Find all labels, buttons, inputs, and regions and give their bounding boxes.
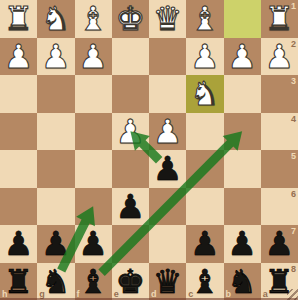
square-e1[interactable]: ♚ (112, 0, 149, 38)
square-d5[interactable]: ♟ (149, 150, 186, 188)
black-bishop-c8[interactable]: ♝ (186, 263, 223, 300)
white-bishop-c1[interactable]: ♝ (186, 0, 223, 38)
square-f7[interactable]: ♟ (75, 225, 112, 263)
white-pawn-d4[interactable]: ♟ (149, 113, 186, 151)
square-c3[interactable]: ♞ (186, 75, 223, 113)
square-g7[interactable]: ♟ (37, 225, 74, 263)
square-b3[interactable] (224, 75, 261, 113)
black-pawn-g7[interactable]: ♟ (37, 225, 74, 263)
square-e5[interactable] (112, 150, 149, 188)
square-h2[interactable]: ♟ (0, 38, 37, 76)
white-pawn-c2[interactable]: ♟ (186, 38, 223, 76)
square-b2[interactable]: ♟ (224, 38, 261, 76)
square-g6[interactable] (37, 188, 74, 226)
chess-board: ♜♞♝♚♛♝♜1♟♟♟♟♟♟2♞3♟♟4♟5♟6♟♟♟♟♟♟7♜h♞g♝f♚e♛… (0, 0, 298, 300)
square-h7[interactable]: ♟ (0, 225, 37, 263)
white-pawn-g2[interactable]: ♟ (37, 38, 74, 76)
square-f2[interactable]: ♟ (75, 38, 112, 76)
white-bishop-f1[interactable]: ♝ (75, 0, 112, 38)
square-b5[interactable] (224, 150, 261, 188)
square-e4[interactable]: ♟ (112, 113, 149, 151)
square-c1[interactable]: ♝ (186, 0, 223, 38)
board-squares-grid: ♜♞♝♚♛♝♜1♟♟♟♟♟♟2♞3♟♟4♟5♟6♟♟♟♟♟♟7♜h♞g♝f♚e♛… (0, 0, 298, 300)
white-pawn-f2[interactable]: ♟ (75, 38, 112, 76)
square-f8[interactable]: ♝f (75, 263, 112, 300)
black-pawn-h7[interactable]: ♟ (0, 225, 37, 263)
square-d6[interactable] (149, 188, 186, 226)
square-d3[interactable] (149, 75, 186, 113)
black-knight-b8[interactable]: ♞ (224, 263, 261, 300)
square-a6[interactable]: 6 (261, 188, 298, 226)
square-h4[interactable] (0, 113, 37, 151)
square-g8[interactable]: ♞g (37, 263, 74, 300)
square-c2[interactable]: ♟ (186, 38, 223, 76)
square-h6[interactable] (0, 188, 37, 226)
square-b8[interactable]: ♞b (224, 263, 261, 300)
black-knight-g8[interactable]: ♞ (37, 263, 74, 300)
square-b4[interactable] (224, 113, 261, 151)
white-knight-c3[interactable]: ♞ (186, 75, 223, 113)
square-e8[interactable]: ♚e (112, 263, 149, 300)
square-d7[interactable] (149, 225, 186, 263)
square-f3[interactable] (75, 75, 112, 113)
square-a3[interactable]: 3 (261, 75, 298, 113)
square-a4[interactable]: 4 (261, 113, 298, 151)
rank-label-5: 5 (291, 151, 296, 161)
black-pawn-d5[interactable]: ♟ (149, 150, 186, 188)
square-f1[interactable]: ♝ (75, 0, 112, 38)
black-pawn-b7[interactable]: ♟ (224, 225, 261, 263)
black-pawn-a7[interactable]: ♟ (261, 225, 298, 263)
square-e7[interactable] (112, 225, 149, 263)
square-f5[interactable] (75, 150, 112, 188)
white-pawn-h2[interactable]: ♟ (0, 38, 37, 76)
square-a5[interactable]: 5 (261, 150, 298, 188)
square-e6[interactable]: ♟ (112, 188, 149, 226)
square-f4[interactable] (75, 113, 112, 151)
rank-label-6: 6 (291, 189, 296, 199)
black-pawn-f7[interactable]: ♟ (75, 225, 112, 263)
square-g2[interactable]: ♟ (37, 38, 74, 76)
square-d4[interactable]: ♟ (149, 113, 186, 151)
square-b1[interactable] (224, 0, 261, 38)
white-king-e1[interactable]: ♚ (112, 0, 149, 38)
white-knight-g1[interactable]: ♞ (37, 0, 74, 38)
square-h1[interactable]: ♜ (0, 0, 37, 38)
black-rook-h8[interactable]: ♜ (0, 263, 37, 300)
square-h5[interactable] (0, 150, 37, 188)
black-queen-d8[interactable]: ♛ (149, 263, 186, 300)
square-c4[interactable] (186, 113, 223, 151)
square-g4[interactable] (37, 113, 74, 151)
square-c7[interactable]: ♟ (186, 225, 223, 263)
white-pawn-a2[interactable]: ♟ (261, 38, 298, 76)
square-e3[interactable] (112, 75, 149, 113)
white-queen-d1[interactable]: ♛ (149, 0, 186, 38)
rank-label-3: 3 (291, 76, 296, 86)
square-g5[interactable] (37, 150, 74, 188)
square-a2[interactable]: ♟2 (261, 38, 298, 76)
square-d1[interactable]: ♛ (149, 0, 186, 38)
black-king-e8[interactable]: ♚ (112, 263, 149, 300)
square-c5[interactable] (186, 150, 223, 188)
square-d2[interactable] (149, 38, 186, 76)
square-c6[interactable] (186, 188, 223, 226)
black-bishop-f8[interactable]: ♝ (75, 263, 112, 300)
black-pawn-c7[interactable]: ♟ (186, 225, 223, 263)
square-d8[interactable]: ♛d (149, 263, 186, 300)
board-resize-handle-icon[interactable] (287, 289, 298, 300)
black-pawn-e6[interactable]: ♟ (112, 188, 149, 226)
white-rook-a1[interactable]: ♜ (261, 0, 298, 38)
white-pawn-b2[interactable]: ♟ (224, 38, 261, 76)
square-c8[interactable]: ♝c (186, 263, 223, 300)
white-rook-h1[interactable]: ♜ (0, 0, 37, 38)
white-pawn-e4[interactable]: ♟ (112, 113, 149, 151)
square-g1[interactable]: ♞ (37, 0, 74, 38)
square-a1[interactable]: ♜1 (261, 0, 298, 38)
square-g3[interactable] (37, 75, 74, 113)
square-h8[interactable]: ♜h (0, 263, 37, 300)
square-h3[interactable] (0, 75, 37, 113)
square-b6[interactable] (224, 188, 261, 226)
square-a7[interactable]: ♟7 (261, 225, 298, 263)
square-b7[interactable]: ♟ (224, 225, 261, 263)
rank-label-4: 4 (291, 114, 296, 124)
square-e2[interactable] (112, 38, 149, 76)
square-f6[interactable] (75, 188, 112, 226)
